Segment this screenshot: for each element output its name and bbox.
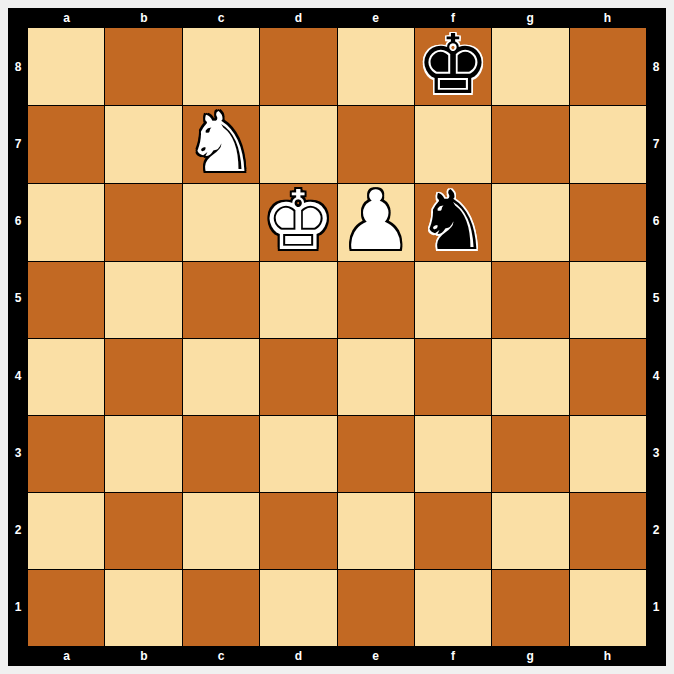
square-c4[interactable] bbox=[183, 339, 259, 415]
frame-corner-bottom-left bbox=[8, 646, 28, 666]
file-label-d: d bbox=[260, 646, 337, 666]
rank-label-1: 1 bbox=[8, 569, 28, 646]
file-label-g: g bbox=[492, 8, 569, 28]
square-b1[interactable] bbox=[105, 570, 181, 646]
file-label-a: a bbox=[28, 646, 105, 666]
square-d6[interactable]: ♚ bbox=[260, 184, 336, 261]
rank-label-8: 8 bbox=[646, 28, 666, 105]
file-label-b: b bbox=[105, 646, 182, 666]
square-a8[interactable] bbox=[28, 28, 104, 105]
square-c8[interactable] bbox=[183, 28, 259, 105]
rank-labels-right: 87654321 bbox=[646, 28, 666, 646]
square-d8[interactable] bbox=[260, 28, 336, 105]
square-c5[interactable] bbox=[183, 262, 259, 338]
square-g4[interactable] bbox=[492, 339, 568, 415]
square-f4[interactable] bbox=[415, 339, 491, 415]
rank-label-5: 5 bbox=[8, 260, 28, 337]
square-d1[interactable] bbox=[260, 570, 336, 646]
square-e6[interactable]: ♟ bbox=[338, 184, 414, 261]
square-h4[interactable] bbox=[570, 339, 646, 415]
file-label-d: d bbox=[260, 8, 337, 28]
rank-label-6: 6 bbox=[8, 183, 28, 260]
rank-label-3: 3 bbox=[8, 414, 28, 491]
square-a1[interactable] bbox=[28, 570, 104, 646]
square-h2[interactable] bbox=[570, 493, 646, 569]
white-knight-c7[interactable]: ♞ bbox=[184, 104, 258, 181]
square-d4[interactable] bbox=[260, 339, 336, 415]
square-b8[interactable] bbox=[105, 28, 181, 105]
file-labels-top: abcdefgh bbox=[28, 8, 646, 28]
rank-label-6: 6 bbox=[646, 183, 666, 260]
chessboard-frame: abcdefgh 87654321 ♚♞♚♟♞ 87654321 abcdefg… bbox=[8, 8, 666, 666]
square-h5[interactable] bbox=[570, 262, 646, 338]
black-king-f8[interactable]: ♚ bbox=[416, 26, 490, 103]
square-h1[interactable] bbox=[570, 570, 646, 646]
square-e5[interactable] bbox=[338, 262, 414, 338]
rank-label-8: 8 bbox=[8, 28, 28, 105]
square-g6[interactable] bbox=[492, 184, 568, 261]
square-g5[interactable] bbox=[492, 262, 568, 338]
file-label-e: e bbox=[337, 8, 414, 28]
square-g2[interactable] bbox=[492, 493, 568, 569]
frame-corner-top-right bbox=[646, 8, 666, 28]
square-f1[interactable] bbox=[415, 570, 491, 646]
rank-label-5: 5 bbox=[646, 260, 666, 337]
rank-label-7: 7 bbox=[8, 105, 28, 182]
rank-label-3: 3 bbox=[646, 414, 666, 491]
white-pawn-e6[interactable]: ♟ bbox=[339, 182, 413, 259]
square-c3[interactable] bbox=[183, 416, 259, 492]
square-b7[interactable] bbox=[105, 106, 181, 183]
square-a2[interactable] bbox=[28, 493, 104, 569]
square-f6[interactable]: ♞ bbox=[415, 184, 491, 261]
square-h3[interactable] bbox=[570, 416, 646, 492]
square-h8[interactable] bbox=[570, 28, 646, 105]
file-label-c: c bbox=[183, 646, 260, 666]
square-d5[interactable] bbox=[260, 262, 336, 338]
square-e3[interactable] bbox=[338, 416, 414, 492]
square-a7[interactable] bbox=[28, 106, 104, 183]
white-king-d6[interactable]: ♚ bbox=[262, 182, 336, 259]
chessboard[interactable]: ♚♞♚♟♞ bbox=[28, 28, 646, 646]
rank-label-7: 7 bbox=[646, 105, 666, 182]
frame-corner-top-left bbox=[8, 8, 28, 28]
square-d2[interactable] bbox=[260, 493, 336, 569]
file-label-g: g bbox=[492, 646, 569, 666]
square-g3[interactable] bbox=[492, 416, 568, 492]
square-c7[interactable]: ♞ bbox=[183, 106, 259, 183]
file-label-c: c bbox=[183, 8, 260, 28]
square-g7[interactable] bbox=[492, 106, 568, 183]
square-f5[interactable] bbox=[415, 262, 491, 338]
file-label-h: h bbox=[569, 8, 646, 28]
square-e8[interactable] bbox=[338, 28, 414, 105]
file-label-a: a bbox=[28, 8, 105, 28]
square-e7[interactable] bbox=[338, 106, 414, 183]
file-label-h: h bbox=[569, 646, 646, 666]
square-h7[interactable] bbox=[570, 106, 646, 183]
black-knight-f6[interactable]: ♞ bbox=[416, 182, 490, 259]
square-c1[interactable] bbox=[183, 570, 259, 646]
square-c2[interactable] bbox=[183, 493, 259, 569]
rank-label-4: 4 bbox=[646, 337, 666, 414]
rank-labels-left: 87654321 bbox=[8, 28, 28, 646]
square-g8[interactable] bbox=[492, 28, 568, 105]
file-label-b: b bbox=[105, 8, 182, 28]
file-label-f: f bbox=[414, 646, 491, 666]
file-labels-bottom: abcdefgh bbox=[28, 646, 646, 666]
rank-label-4: 4 bbox=[8, 337, 28, 414]
square-b5[interactable] bbox=[105, 262, 181, 338]
square-d7[interactable] bbox=[260, 106, 336, 183]
file-label-e: e bbox=[337, 646, 414, 666]
square-f3[interactable] bbox=[415, 416, 491, 492]
square-g1[interactable] bbox=[492, 570, 568, 646]
square-b4[interactable] bbox=[105, 339, 181, 415]
rank-label-1: 1 bbox=[646, 569, 666, 646]
square-h6[interactable] bbox=[570, 184, 646, 261]
square-f2[interactable] bbox=[415, 493, 491, 569]
square-b6[interactable] bbox=[105, 184, 181, 261]
rank-label-2: 2 bbox=[646, 492, 666, 569]
square-d3[interactable] bbox=[260, 416, 336, 492]
square-b2[interactable] bbox=[105, 493, 181, 569]
square-a5[interactable] bbox=[28, 262, 104, 338]
square-a4[interactable] bbox=[28, 339, 104, 415]
square-b3[interactable] bbox=[105, 416, 181, 492]
square-e1[interactable] bbox=[338, 570, 414, 646]
square-c6[interactable] bbox=[183, 184, 259, 261]
rank-label-2: 2 bbox=[8, 492, 28, 569]
square-a3[interactable] bbox=[28, 416, 104, 492]
square-f7[interactable] bbox=[415, 106, 491, 183]
square-e4[interactable] bbox=[338, 339, 414, 415]
square-f8[interactable]: ♚ bbox=[415, 28, 491, 105]
square-e2[interactable] bbox=[338, 493, 414, 569]
square-a6[interactable] bbox=[28, 184, 104, 261]
frame-corner-bottom-right bbox=[646, 646, 666, 666]
